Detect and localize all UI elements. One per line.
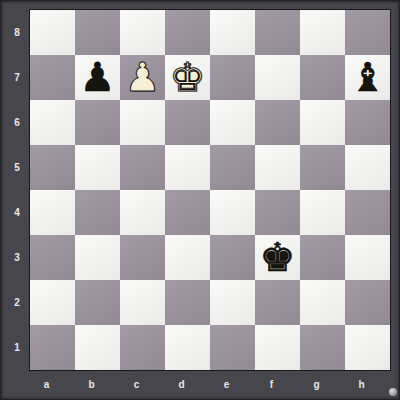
piece-white-pawn-c7[interactable]: ♟ xyxy=(125,57,161,97)
square-g1[interactable] xyxy=(300,325,345,370)
square-h6[interactable] xyxy=(345,100,390,145)
square-h5[interactable] xyxy=(345,145,390,190)
square-b2[interactable] xyxy=(75,280,120,325)
file-label-e: e xyxy=(204,369,249,399)
square-b7[interactable]: ♟ xyxy=(75,55,120,100)
square-b5[interactable] xyxy=(75,145,120,190)
square-h4[interactable] xyxy=(345,190,390,235)
square-e7[interactable] xyxy=(210,55,255,100)
file-label-c: c xyxy=(114,369,159,399)
square-a4[interactable] xyxy=(30,190,75,235)
square-b3[interactable] xyxy=(75,235,120,280)
square-h1[interactable] xyxy=(345,325,390,370)
square-c3[interactable] xyxy=(120,235,165,280)
square-e4[interactable] xyxy=(210,190,255,235)
square-d8[interactable] xyxy=(165,10,210,55)
square-c7[interactable]: ♟ xyxy=(120,55,165,100)
file-label-b: b xyxy=(69,369,114,399)
square-d3[interactable] xyxy=(165,235,210,280)
rank-label-1: 1 xyxy=(0,325,30,370)
file-label-a: a xyxy=(24,369,69,399)
square-a2[interactable] xyxy=(30,280,75,325)
rank-label-6: 6 xyxy=(0,100,30,145)
rank-label-7: 7 xyxy=(0,55,30,100)
square-f6[interactable] xyxy=(255,100,300,145)
square-b1[interactable] xyxy=(75,325,120,370)
square-h7[interactable]: ♝ xyxy=(345,55,390,100)
square-g4[interactable] xyxy=(300,190,345,235)
square-e3[interactable] xyxy=(210,235,255,280)
square-d4[interactable] xyxy=(165,190,210,235)
chess-board: ♟♟♚♝♚ xyxy=(30,10,390,370)
square-c1[interactable] xyxy=(120,325,165,370)
square-e5[interactable] xyxy=(210,145,255,190)
chess-board-frame: 87654321 abcdefgh ♟♟♚♝♚ xyxy=(0,0,400,400)
square-d1[interactable] xyxy=(165,325,210,370)
rank-label-5: 5 xyxy=(0,145,30,190)
square-a8[interactable] xyxy=(30,10,75,55)
square-f2[interactable] xyxy=(255,280,300,325)
resize-handle-icon[interactable] xyxy=(389,388,397,396)
square-h2[interactable] xyxy=(345,280,390,325)
square-f5[interactable] xyxy=(255,145,300,190)
square-a7[interactable] xyxy=(30,55,75,100)
piece-white-king-d7[interactable]: ♚ xyxy=(170,57,206,97)
square-g2[interactable] xyxy=(300,280,345,325)
file-label-g: g xyxy=(294,369,339,399)
rank-label-4: 4 xyxy=(0,190,30,235)
file-label-f: f xyxy=(249,369,294,399)
square-a3[interactable] xyxy=(30,235,75,280)
square-a6[interactable] xyxy=(30,100,75,145)
rank-label-3: 3 xyxy=(0,235,30,280)
piece-black-bishop-h7[interactable]: ♝ xyxy=(350,57,386,97)
square-g5[interactable] xyxy=(300,145,345,190)
square-g8[interactable] xyxy=(300,10,345,55)
square-b4[interactable] xyxy=(75,190,120,235)
square-a1[interactable] xyxy=(30,325,75,370)
square-f7[interactable] xyxy=(255,55,300,100)
rank-label-2: 2 xyxy=(0,280,30,325)
piece-black-pawn-b7[interactable]: ♟ xyxy=(80,57,116,97)
square-e6[interactable] xyxy=(210,100,255,145)
square-d6[interactable] xyxy=(165,100,210,145)
square-h3[interactable] xyxy=(345,235,390,280)
square-f4[interactable] xyxy=(255,190,300,235)
square-e8[interactable] xyxy=(210,10,255,55)
square-d2[interactable] xyxy=(165,280,210,325)
square-g7[interactable] xyxy=(300,55,345,100)
square-b6[interactable] xyxy=(75,100,120,145)
file-label-d: d xyxy=(159,369,204,399)
square-c6[interactable] xyxy=(120,100,165,145)
file-labels: abcdefgh xyxy=(30,370,390,400)
square-f1[interactable] xyxy=(255,325,300,370)
square-h8[interactable] xyxy=(345,10,390,55)
square-d5[interactable] xyxy=(165,145,210,190)
square-c5[interactable] xyxy=(120,145,165,190)
square-c8[interactable] xyxy=(120,10,165,55)
square-e1[interactable] xyxy=(210,325,255,370)
square-f8[interactable] xyxy=(255,10,300,55)
rank-label-8: 8 xyxy=(0,10,30,55)
square-b8[interactable] xyxy=(75,10,120,55)
file-label-h: h xyxy=(339,369,384,399)
square-c4[interactable] xyxy=(120,190,165,235)
square-e2[interactable] xyxy=(210,280,255,325)
square-d7[interactable]: ♚ xyxy=(165,55,210,100)
square-f3[interactable]: ♚ xyxy=(255,235,300,280)
square-g3[interactable] xyxy=(300,235,345,280)
rank-labels: 87654321 xyxy=(0,10,30,370)
square-a5[interactable] xyxy=(30,145,75,190)
square-c2[interactable] xyxy=(120,280,165,325)
square-g6[interactable] xyxy=(300,100,345,145)
piece-black-king-f3[interactable]: ♚ xyxy=(260,237,296,277)
